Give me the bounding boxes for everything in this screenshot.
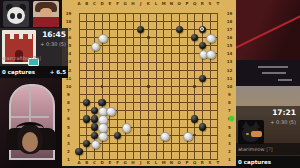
column-label: G (122, 1, 128, 6)
column-label: M (161, 1, 167, 6)
cat-eye-icon (246, 133, 249, 135)
white-byoyomi: + 0:30 (5) (24, 41, 66, 47)
webcam-feed (0, 78, 62, 168)
stone-black-Q6[interactable] (191, 115, 198, 122)
column-label: N (169, 160, 175, 165)
stone-black-R17[interactable] (199, 26, 206, 33)
grid-line (202, 13, 203, 160)
row-label: 13 (224, 59, 235, 64)
row-label: 5 (63, 125, 74, 130)
row-label: 8 (224, 100, 235, 105)
stone-black-R11[interactable] (199, 75, 206, 82)
row-label: 18 (63, 19, 74, 24)
row-label: 2 (224, 149, 235, 154)
column-label: E (107, 1, 113, 6)
column-label: E (107, 160, 113, 165)
column-label: S (207, 160, 213, 165)
stone-black-C5[interactable] (91, 123, 98, 130)
go-board[interactable]: AABBCCDDEEFFGGHHJJKKLLMMNNOOPPQQRRSSTT19… (62, 0, 236, 166)
panda-eye-icon (17, 13, 22, 19)
column-label: D (99, 160, 105, 165)
black-player-name[interactable]: atarimeow (238, 146, 265, 152)
player-emote-avatar-1 (3, 1, 29, 27)
stone-black-B3[interactable] (83, 140, 90, 147)
stone-black-F4[interactable] (114, 132, 121, 139)
stone-white-D4[interactable] (98, 132, 107, 141)
column-label: A (76, 160, 82, 165)
black-player-name-bar: atarimeow [?] (236, 143, 300, 155)
star-point (193, 85, 195, 87)
column-label: R (199, 160, 205, 165)
column-label: S (207, 1, 213, 6)
column-label: M (161, 160, 167, 165)
row-label: 18 (224, 19, 235, 24)
character-shirt-icon (33, 17, 59, 27)
column-label: B (84, 1, 90, 6)
stone-white-C3[interactable] (91, 140, 100, 149)
stone-black-J17[interactable] (137, 26, 144, 33)
window-mullion (11, 116, 49, 118)
black-player-rank: [?] (266, 146, 273, 152)
column-label: H (130, 1, 136, 6)
column-label: B (84, 160, 90, 165)
row-label: 2 (63, 149, 74, 154)
row-label: 7 (63, 108, 74, 113)
stone-white-S14[interactable] (206, 50, 215, 59)
stone-black-R5[interactable] (199, 123, 206, 130)
row-label: 8 (63, 100, 74, 105)
stone-white-G5[interactable] (122, 123, 131, 132)
row-label: 16 (224, 35, 235, 40)
stone-black-O17[interactable] (176, 26, 183, 33)
grid-line (156, 13, 157, 160)
row-label: 7 (224, 108, 235, 113)
grid-line (171, 13, 172, 160)
column-label: L (153, 1, 159, 6)
grid-line (79, 94, 218, 95)
white-player-panel: 16:45 + 0:30 (5) starcraftbu [7k] 0 capt… (0, 28, 68, 78)
row-label: 3 (224, 141, 235, 146)
column-label: O (176, 1, 182, 6)
player-emote-avatar-2 (33, 1, 59, 27)
streamer-face (22, 132, 38, 152)
star-point (101, 85, 103, 87)
stone-white-S16[interactable] (206, 34, 215, 43)
stone-black-B6[interactable] (83, 115, 90, 122)
column-label: K (145, 1, 151, 6)
grid-line (217, 13, 218, 160)
headphones-icon (16, 122, 44, 135)
stream-frame: AABBCCDDEEFFGGHHJJKKLLMMNNOOPPQQRRSSTT19… (0, 0, 300, 168)
column-label: J (138, 1, 144, 6)
row-label: 1 (63, 157, 74, 162)
row-label: 14 (224, 51, 235, 56)
stone-white-M4[interactable] (160, 132, 169, 141)
stone-black-B8[interactable] (83, 99, 90, 106)
white-player-rank: [7k] (31, 55, 41, 61)
column-label: T (215, 1, 221, 6)
stone-black-A2[interactable] (75, 148, 82, 155)
column-label: D (99, 1, 105, 6)
stone-white-D16[interactable] (98, 34, 107, 43)
stone-black-C6[interactable] (91, 115, 98, 122)
column-label: C (91, 1, 97, 6)
column-label: F (115, 1, 121, 6)
column-label: K (145, 160, 151, 165)
orange-badge-icon (251, 131, 262, 137)
column-label: P (184, 1, 190, 6)
column-label: R (199, 1, 205, 6)
stone-white-E7[interactable] (106, 107, 115, 116)
row-label: 4 (63, 133, 74, 138)
row-label: 19 (224, 11, 235, 16)
stone-white-P4[interactable] (183, 132, 192, 141)
column-label: Q (192, 160, 198, 165)
row-label: 9 (63, 92, 74, 97)
column-label: G (122, 160, 128, 165)
stone-black-C7[interactable] (91, 107, 98, 114)
stone-black-R15[interactable] (199, 42, 206, 49)
stone-black-C4[interactable] (91, 132, 98, 139)
column-label: O (176, 160, 182, 165)
column-label: L (153, 160, 159, 165)
row-label: 3 (63, 141, 74, 146)
row-label: 10 (63, 84, 74, 89)
white-clock: 16:45 (24, 30, 66, 39)
column-label: F (115, 160, 121, 165)
column-label: A (76, 1, 82, 6)
row-label: 5 (224, 125, 235, 130)
star-point (147, 85, 149, 87)
black-captures: 0 captures (238, 156, 271, 168)
row-label: 6 (63, 116, 74, 121)
tiny-overlay-text-bar (258, 66, 288, 68)
column-label: H (130, 160, 136, 165)
column-label: Q (192, 1, 198, 6)
stone-white-C15[interactable] (91, 42, 100, 51)
last-move-marker (200, 27, 204, 31)
online-indicator-icon (229, 116, 234, 121)
white-player-name[interactable]: starcraftbu (2, 55, 29, 61)
tiny-overlay-text-bar (278, 79, 292, 81)
row-label: 4 (224, 133, 235, 138)
stone-black-D8[interactable] (98, 99, 105, 106)
row-label: 19 (63, 11, 74, 16)
row-label: 1 (224, 157, 235, 162)
row-label: 12 (224, 68, 235, 73)
grid-line (179, 13, 180, 160)
column-label: C (91, 160, 97, 165)
row-label: 17 (224, 27, 235, 32)
column-label: J (138, 160, 144, 165)
column-label: N (169, 1, 175, 6)
row-label: 9 (224, 92, 235, 97)
row-label: 10 (224, 84, 235, 89)
white-komi: + 6.5 (50, 66, 66, 78)
panda-eye-icon (10, 13, 15, 19)
row-label: 15 (224, 43, 235, 48)
black-captures-strip: 0 captures (236, 156, 300, 168)
row-label: 11 (224, 76, 235, 81)
stone-black-Q16[interactable] (191, 34, 198, 41)
column-label: T (215, 160, 221, 165)
grid-line (79, 151, 218, 152)
column-label: P (184, 160, 190, 165)
black-clock: 17:21 (254, 108, 296, 117)
tiny-overlay-text-bar (262, 72, 286, 74)
star-point (147, 36, 149, 38)
white-captures: 0 captures (2, 66, 35, 78)
